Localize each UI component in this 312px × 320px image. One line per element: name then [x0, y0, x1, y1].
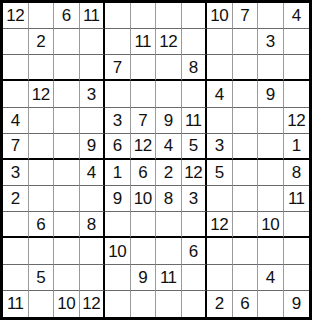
cell-r4c5[interactable]: [105, 81, 131, 107]
cell-r8c12[interactable]: 11: [284, 186, 310, 212]
cell-r11c4[interactable]: [80, 265, 106, 291]
cell-r1c11[interactable]: [258, 3, 284, 29]
cell-r4c10[interactable]: [233, 81, 259, 107]
cell-r1c8[interactable]: [182, 3, 208, 29]
cell-r5c2[interactable]: [29, 108, 55, 134]
cell-r7c2[interactable]: [29, 160, 55, 186]
cell-r4c11[interactable]: 9: [258, 81, 284, 107]
cell-r11c8[interactable]: [182, 265, 208, 291]
cell-r9c7[interactable]: [156, 212, 182, 238]
cell-r5c3[interactable]: [54, 108, 80, 134]
cell-r11c1[interactable]: [3, 265, 29, 291]
cell-r10c4[interactable]: [80, 238, 106, 264]
cell-r1c2[interactable]: [29, 3, 55, 29]
cell-r10c10[interactable]: [233, 238, 259, 264]
cell-r9c9[interactable]: 12: [207, 212, 233, 238]
cell-r8c3[interactable]: [54, 186, 80, 212]
cell-r3c3[interactable]: [54, 55, 80, 81]
cell-r7c6[interactable]: 6: [131, 160, 157, 186]
cell-r12c3[interactable]: 10: [54, 291, 80, 317]
cell-r6c4[interactable]: 9: [80, 134, 106, 160]
cell-r6c6[interactable]: 12: [131, 134, 157, 160]
cell-r3c5[interactable]: 7: [105, 55, 131, 81]
cell-r3c9[interactable]: [207, 55, 233, 81]
cell-r12c4[interactable]: 12: [80, 291, 106, 317]
cell-r9c4[interactable]: 8: [80, 212, 106, 238]
cell-r8c10[interactable]: [233, 186, 259, 212]
cell-r11c6[interactable]: 9: [131, 265, 157, 291]
cell-r10c6[interactable]: [131, 238, 157, 264]
cell-r3c2[interactable]: [29, 55, 55, 81]
cell-r7c8[interactable]: 12: [182, 160, 208, 186]
cell-r3c8[interactable]: 8: [182, 55, 208, 81]
cell-r2c11[interactable]: 3: [258, 29, 284, 55]
cell-r1c3[interactable]: 6: [54, 3, 80, 29]
cell-r9c10[interactable]: [233, 212, 259, 238]
cell-r2c5[interactable]: [105, 29, 131, 55]
cell-r1c6[interactable]: [131, 3, 157, 29]
cell-r3c6[interactable]: [131, 55, 157, 81]
cell-r1c1[interactable]: 12: [3, 3, 29, 29]
cell-r8c9[interactable]: [207, 186, 233, 212]
cell-r8c2[interactable]: [29, 186, 55, 212]
cell-r10c3[interactable]: [54, 238, 80, 264]
cell-r7c4[interactable]: 4: [80, 160, 106, 186]
cell-r7c5[interactable]: 1: [105, 160, 131, 186]
cell-r3c1[interactable]: [3, 55, 29, 81]
cell-r11c2[interactable]: 5: [29, 265, 55, 291]
cell-r11c3[interactable]: [54, 265, 80, 291]
cell-r11c5[interactable]: [105, 265, 131, 291]
cell-r2c1[interactable]: [3, 29, 29, 55]
cell-r4c9[interactable]: 4: [207, 81, 233, 107]
cell-r2c2[interactable]: 2: [29, 29, 55, 55]
cell-r8c5[interactable]: 9: [105, 186, 131, 212]
cell-r6c1[interactable]: 7: [3, 134, 29, 160]
cell-r8c11[interactable]: [258, 186, 284, 212]
cell-r4c2[interactable]: 12: [29, 81, 55, 107]
cell-r10c2[interactable]: [29, 238, 55, 264]
cell-r4c3[interactable]: [54, 81, 80, 107]
cell-r3c11[interactable]: [258, 55, 284, 81]
cell-r2c9[interactable]: [207, 29, 233, 55]
cell-r5c9[interactable]: [207, 108, 233, 134]
cell-r12c5[interactable]: [105, 291, 131, 317]
cell-r5c11[interactable]: [258, 108, 284, 134]
cell-r12c6[interactable]: [131, 291, 157, 317]
cell-r5c10[interactable]: [233, 108, 259, 134]
cell-r6c9[interactable]: 3: [207, 134, 233, 160]
cell-r5c12[interactable]: 12: [284, 108, 310, 134]
cell-r2c7[interactable]: 12: [156, 29, 182, 55]
cell-r6c10[interactable]: [233, 134, 259, 160]
cell-r9c5[interactable]: [105, 212, 131, 238]
cell-r10c12[interactable]: [284, 238, 310, 264]
cell-r9c8[interactable]: [182, 212, 208, 238]
cell-r6c3[interactable]: [54, 134, 80, 160]
cell-r7c1[interactable]: 3: [3, 160, 29, 186]
cell-r2c4[interactable]: [80, 29, 106, 55]
cell-r5c8[interactable]: 11: [182, 108, 208, 134]
cell-r9c11[interactable]: 10: [258, 212, 284, 238]
sudoku-board: 1261110742111237812349437911127961245313…: [0, 0, 312, 320]
cell-r9c12[interactable]: [284, 212, 310, 238]
cell-r9c2[interactable]: 6: [29, 212, 55, 238]
cell-r1c5[interactable]: [105, 3, 131, 29]
cell-r12c8[interactable]: [182, 291, 208, 317]
cell-r10c1[interactable]: [3, 238, 29, 264]
cell-r10c9[interactable]: [207, 238, 233, 264]
cell-r11c12[interactable]: [284, 265, 310, 291]
cell-r6c12[interactable]: 1: [284, 134, 310, 160]
cell-r9c6[interactable]: [131, 212, 157, 238]
cell-r7c3[interactable]: [54, 160, 80, 186]
cell-r7c12[interactable]: 8: [284, 160, 310, 186]
cell-r10c7[interactable]: [156, 238, 182, 264]
cell-r8c6[interactable]: 10: [131, 186, 157, 212]
cell-r5c5[interactable]: 3: [105, 108, 131, 134]
cell-r1c7[interactable]: [156, 3, 182, 29]
cell-r4c4[interactable]: 3: [80, 81, 106, 107]
cell-r6c8[interactable]: 5: [182, 134, 208, 160]
cell-r5c6[interactable]: 7: [131, 108, 157, 134]
cell-r8c1[interactable]: 2: [3, 186, 29, 212]
cell-r4c6[interactable]: [131, 81, 157, 107]
cell-r12c11[interactable]: [258, 291, 284, 317]
cell-r5c4[interactable]: [80, 108, 106, 134]
cell-r5c7[interactable]: 9: [156, 108, 182, 134]
cell-r1c9[interactable]: 10: [207, 3, 233, 29]
cell-r9c3[interactable]: [54, 212, 80, 238]
cell-r12c12[interactable]: 9: [284, 291, 310, 317]
cell-r12c1[interactable]: 11: [3, 291, 29, 317]
cell-r1c12[interactable]: 4: [284, 3, 310, 29]
cell-r8c8[interactable]: 3: [182, 186, 208, 212]
cell-r11c11[interactable]: 4: [258, 265, 284, 291]
cell-r3c4[interactable]: [80, 55, 106, 81]
cell-r6c5[interactable]: 6: [105, 134, 131, 160]
cell-r3c10[interactable]: [233, 55, 259, 81]
cell-r7c9[interactable]: 5: [207, 160, 233, 186]
cell-r12c7[interactable]: [156, 291, 182, 317]
cell-r2c10[interactable]: [233, 29, 259, 55]
cell-r1c10[interactable]: 7: [233, 3, 259, 29]
cell-r3c12[interactable]: [284, 55, 310, 81]
cell-r11c10[interactable]: [233, 265, 259, 291]
cell-r2c6[interactable]: 11: [131, 29, 157, 55]
cell-r11c9[interactable]: [207, 265, 233, 291]
cell-r7c11[interactable]: [258, 160, 284, 186]
cell-r6c2[interactable]: [29, 134, 55, 160]
cell-r7c7[interactable]: 2: [156, 160, 182, 186]
cell-r10c8[interactable]: 6: [182, 238, 208, 264]
cell-r12c9[interactable]: 2: [207, 291, 233, 317]
cell-r3c7[interactable]: [156, 55, 182, 81]
cell-r8c4[interactable]: [80, 186, 106, 212]
cell-r10c11[interactable]: [258, 238, 284, 264]
cell-r4c8[interactable]: [182, 81, 208, 107]
cell-r4c12[interactable]: [284, 81, 310, 107]
cell-r6c11[interactable]: [258, 134, 284, 160]
cell-r6c7[interactable]: 4: [156, 134, 182, 160]
cell-r5c1[interactable]: 4: [3, 108, 29, 134]
cell-r2c8[interactable]: [182, 29, 208, 55]
cell-r10c5[interactable]: 10: [105, 238, 131, 264]
cell-r4c1[interactable]: [3, 81, 29, 107]
cell-r1c4[interactable]: 11: [80, 3, 106, 29]
cell-r12c10[interactable]: 6: [233, 291, 259, 317]
cell-r8c7[interactable]: 8: [156, 186, 182, 212]
cell-r9c1[interactable]: [3, 212, 29, 238]
cell-r12c2[interactable]: [29, 291, 55, 317]
cell-r11c7[interactable]: 11: [156, 265, 182, 291]
cell-r7c10[interactable]: [233, 160, 259, 186]
cell-r2c12[interactable]: [284, 29, 310, 55]
cell-r4c7[interactable]: [156, 81, 182, 107]
cell-r2c3[interactable]: [54, 29, 80, 55]
